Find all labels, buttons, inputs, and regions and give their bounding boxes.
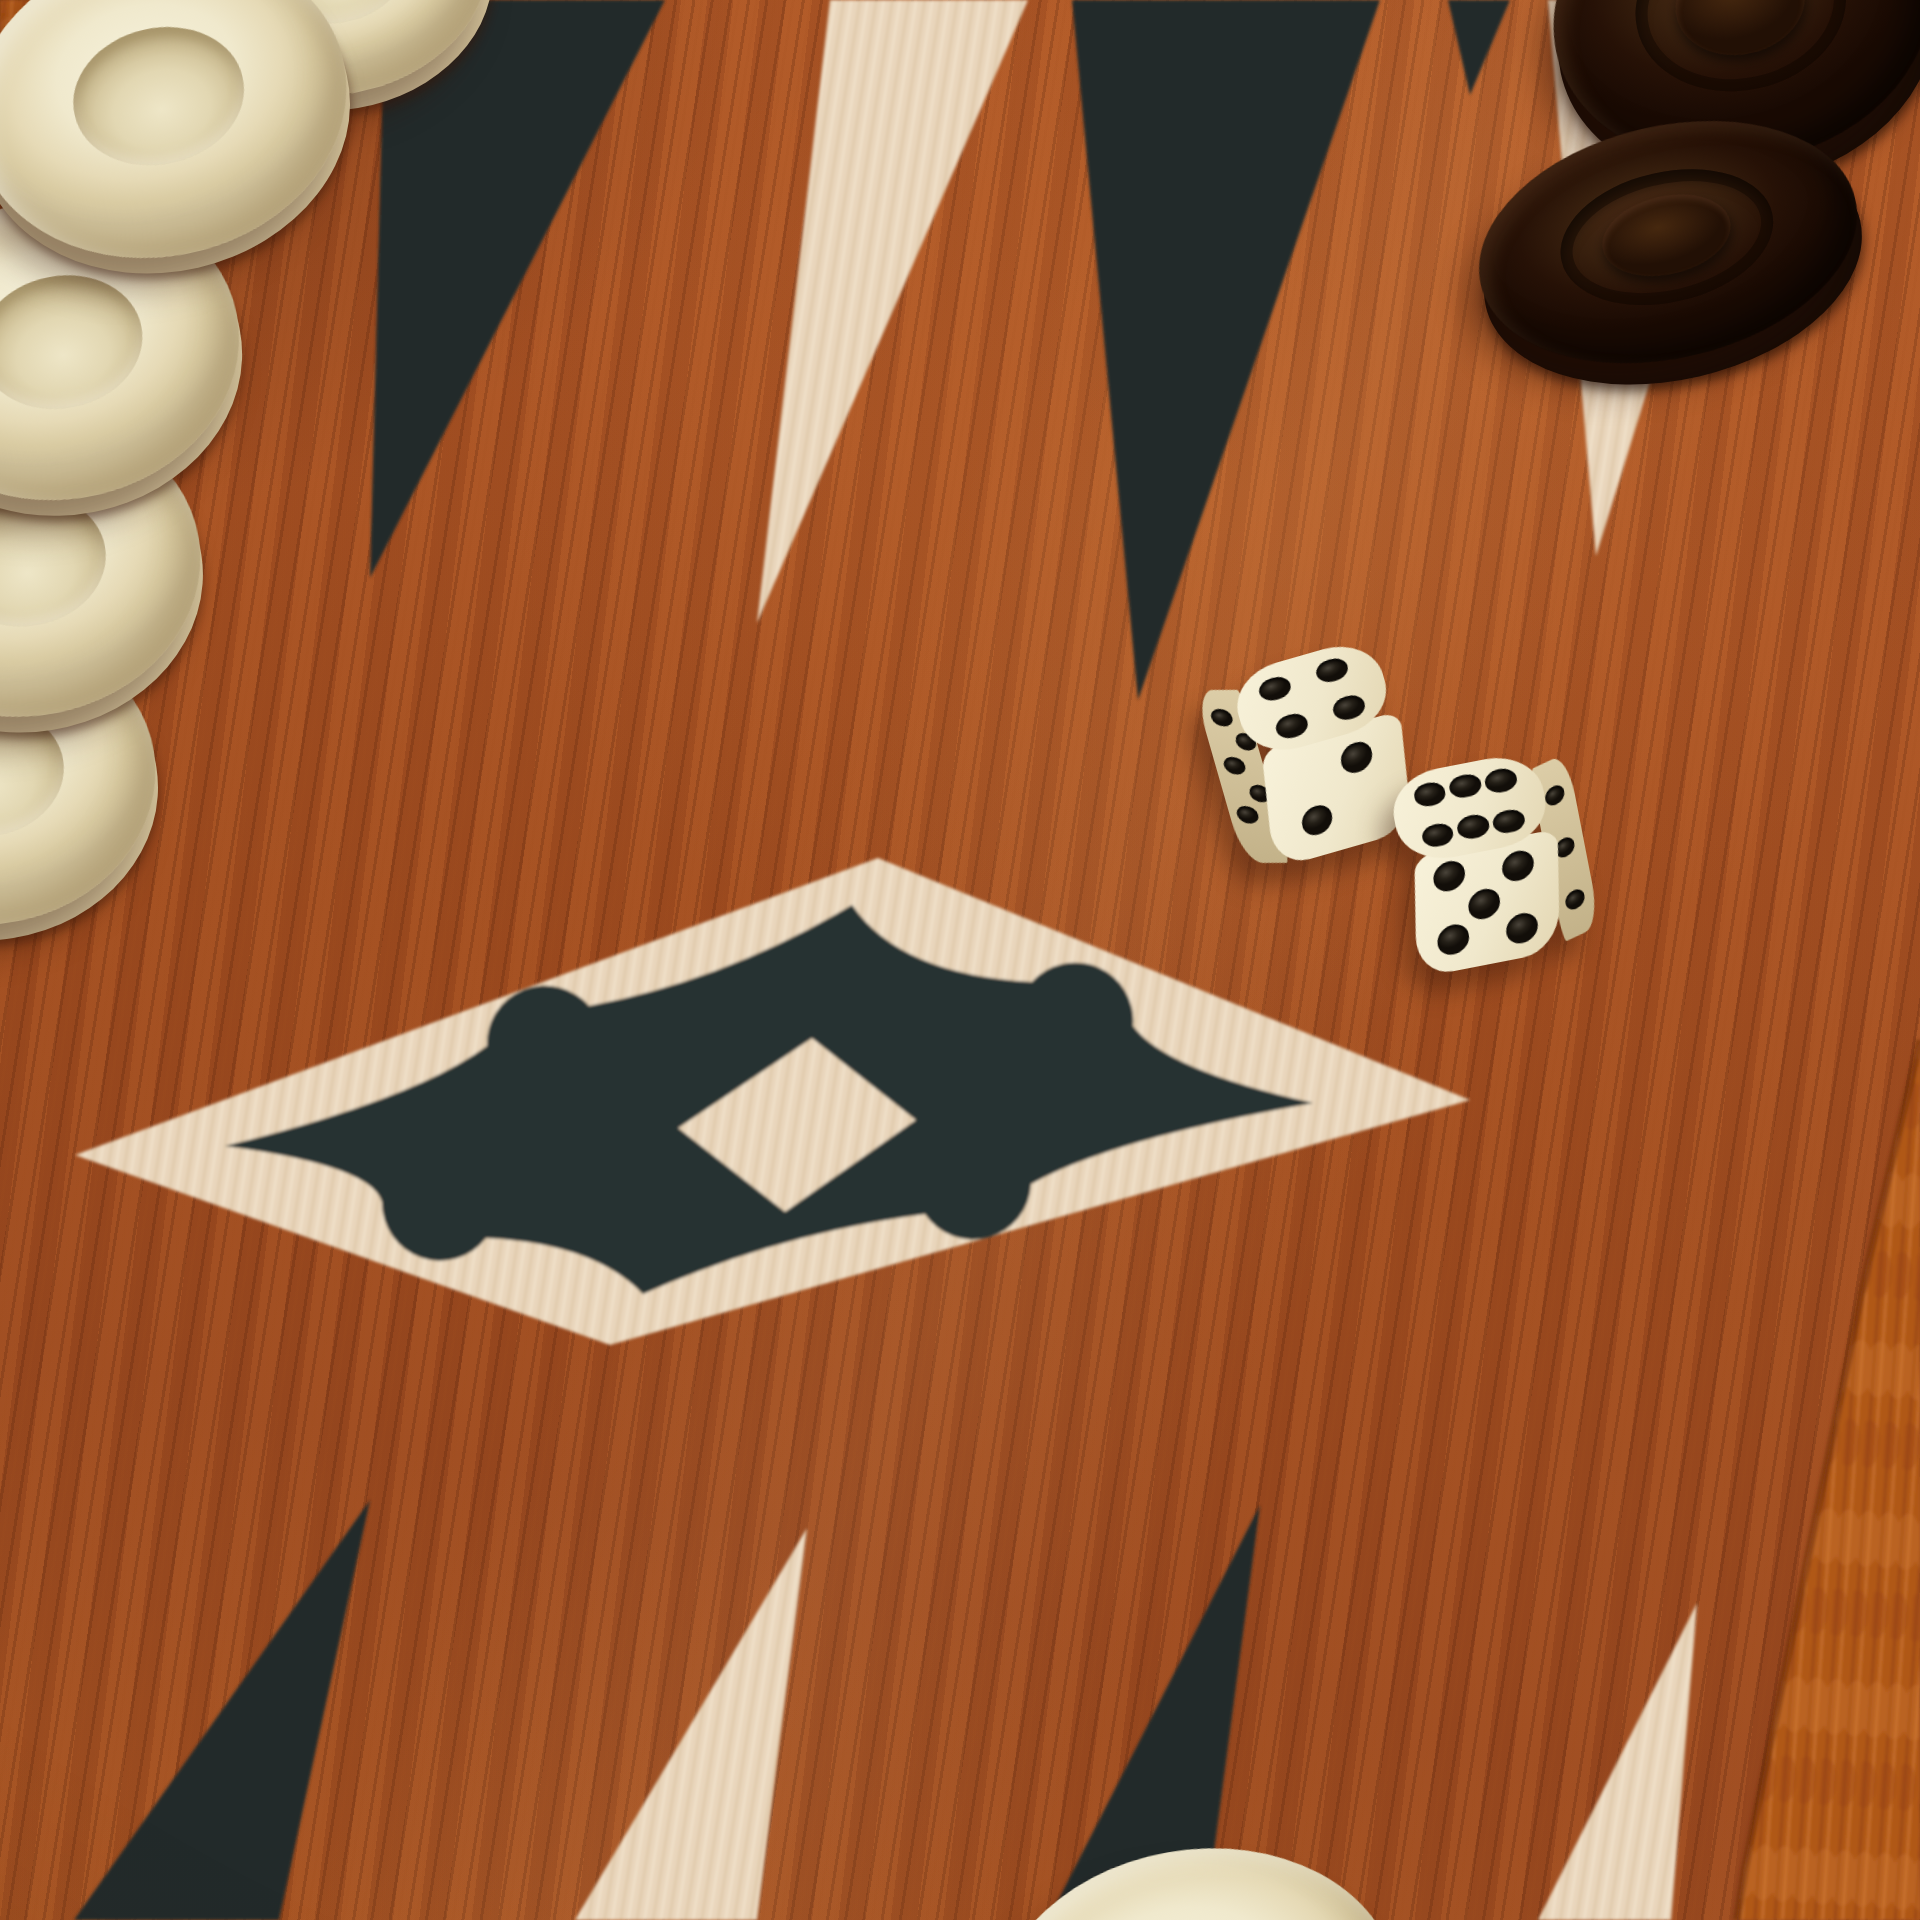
die-pip xyxy=(1491,807,1527,835)
dark-checker[interactable] xyxy=(1455,86,1881,398)
die-pip xyxy=(1314,655,1350,685)
white-checker[interactable] xyxy=(0,0,378,294)
white-checker[interactable] xyxy=(966,1817,1425,1920)
die-pip xyxy=(1412,781,1448,809)
die-pip xyxy=(1564,886,1586,913)
die-pip xyxy=(1468,886,1500,921)
die-pip xyxy=(1455,812,1491,840)
die-pip xyxy=(1506,911,1538,946)
right-die[interactable] xyxy=(1386,749,1575,984)
die-pip xyxy=(1273,711,1309,741)
die-pip xyxy=(1484,767,1520,795)
die-pip xyxy=(1437,922,1469,957)
checker-top-face xyxy=(966,1817,1425,1920)
pieces-layer xyxy=(0,0,1920,1920)
die-pip xyxy=(1340,739,1373,776)
die-pip xyxy=(1256,674,1292,704)
die-pip xyxy=(1433,859,1465,894)
die-pip xyxy=(1235,806,1260,823)
die-pip xyxy=(1209,709,1234,726)
die-pip xyxy=(1420,821,1456,849)
backgammon-board-photo xyxy=(0,0,1920,1920)
die-pip xyxy=(1301,801,1334,838)
die-pip xyxy=(1447,772,1483,800)
die-pip xyxy=(1544,783,1566,810)
die-pip xyxy=(1222,757,1247,774)
die-pip xyxy=(1502,848,1534,883)
die-pip xyxy=(1331,693,1367,723)
